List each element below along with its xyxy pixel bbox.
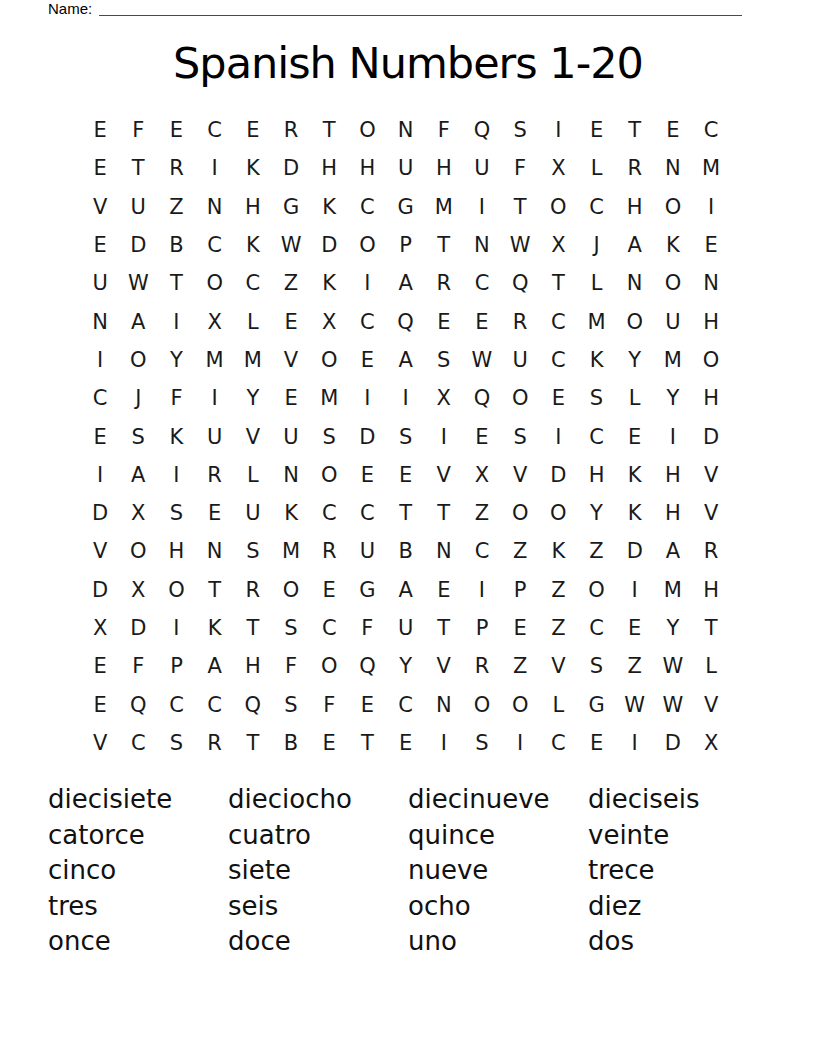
letter-grid: EFECERTONFQSIETECETRIKDHHUHUFXLRNMVUZNHG… bbox=[81, 111, 730, 762]
grid-cell-11-10: T bbox=[425, 494, 463, 532]
grid-cell-4-1: E bbox=[81, 226, 119, 264]
page-title: Spanish Numbers 1-20 bbox=[0, 38, 816, 88]
grid-cell-6-17: H bbox=[692, 302, 730, 340]
grid-cell-9-13: I bbox=[539, 417, 577, 455]
grid-cell-2-2: T bbox=[119, 149, 157, 187]
grid-cell-12-17: R bbox=[692, 532, 730, 570]
grid-cell-3-12: T bbox=[501, 188, 539, 226]
grid-cell-3-2: U bbox=[119, 188, 157, 226]
grid-cell-10-14: H bbox=[577, 456, 615, 494]
grid-cell-7-2: O bbox=[119, 341, 157, 379]
grid-cell-4-15: A bbox=[616, 226, 654, 264]
grid-cell-17-9: E bbox=[387, 724, 425, 762]
grid-cell-12-14: Z bbox=[577, 532, 615, 570]
grid-cell-2-7: H bbox=[310, 149, 348, 187]
grid-cell-4-14: J bbox=[577, 226, 615, 264]
grid-cell-16-7: F bbox=[310, 685, 348, 723]
grid-cell-8-7: M bbox=[310, 379, 348, 417]
word-diez: diez bbox=[588, 889, 768, 925]
grid-cell-16-1: E bbox=[81, 685, 119, 723]
grid-cell-8-5: Y bbox=[234, 379, 272, 417]
grid-cell-15-13: V bbox=[539, 647, 577, 685]
grid-cell-1-8: O bbox=[348, 111, 386, 149]
grid-cell-8-16: Y bbox=[654, 379, 692, 417]
grid-cell-10-4: R bbox=[196, 456, 234, 494]
grid-cell-12-7: R bbox=[310, 532, 348, 570]
grid-cell-7-7: O bbox=[310, 341, 348, 379]
grid-cell-17-4: R bbox=[196, 724, 234, 762]
grid-cell-5-12: Q bbox=[501, 264, 539, 302]
grid-cell-12-10: N bbox=[425, 532, 463, 570]
grid-cell-17-10: I bbox=[425, 724, 463, 762]
grid-cell-7-8: E bbox=[348, 341, 386, 379]
grid-cell-17-2: C bbox=[119, 724, 157, 762]
grid-cell-8-15: L bbox=[616, 379, 654, 417]
grid-cell-16-5: Q bbox=[234, 685, 272, 723]
grid-cell-3-1: V bbox=[81, 188, 119, 226]
grid-cell-6-7: X bbox=[310, 302, 348, 340]
grid-cell-8-4: I bbox=[196, 379, 234, 417]
grid-cell-10-3: I bbox=[157, 456, 195, 494]
grid-cell-1-2: F bbox=[119, 111, 157, 149]
grid-cell-9-16: I bbox=[654, 417, 692, 455]
grid-cell-10-2: A bbox=[119, 456, 157, 494]
grid-cell-15-6: F bbox=[272, 647, 310, 685]
grid-cell-8-17: H bbox=[692, 379, 730, 417]
word-diecinueve: diecinueve bbox=[408, 782, 588, 818]
grid-cell-10-12: V bbox=[501, 456, 539, 494]
grid-cell-5-3: T bbox=[157, 264, 195, 302]
grid-cell-1-15: T bbox=[616, 111, 654, 149]
grid-cell-11-3: S bbox=[157, 494, 195, 532]
grid-cell-11-13: O bbox=[539, 494, 577, 532]
grid-cell-5-7: K bbox=[310, 264, 348, 302]
grid-cell-9-4: U bbox=[196, 417, 234, 455]
grid-cell-17-13: C bbox=[539, 724, 577, 762]
grid-cell-15-9: Y bbox=[387, 647, 425, 685]
grid-cell-10-11: X bbox=[463, 456, 501, 494]
grid-cell-15-15: Z bbox=[616, 647, 654, 685]
grid-cell-16-16: W bbox=[654, 685, 692, 723]
grid-cell-11-6: K bbox=[272, 494, 310, 532]
grid-cell-16-6: S bbox=[272, 685, 310, 723]
grid-cell-4-8: O bbox=[348, 226, 386, 264]
grid-cell-10-17: V bbox=[692, 456, 730, 494]
grid-cell-9-1: E bbox=[81, 417, 119, 455]
grid-cell-12-8: U bbox=[348, 532, 386, 570]
grid-cell-13-12: P bbox=[501, 571, 539, 609]
grid-cell-9-6: U bbox=[272, 417, 310, 455]
word-seis: seis bbox=[228, 889, 408, 925]
grid-cell-7-5: M bbox=[234, 341, 272, 379]
grid-cell-16-3: C bbox=[157, 685, 195, 723]
grid-cell-12-16: A bbox=[654, 532, 692, 570]
grid-cell-8-3: F bbox=[157, 379, 195, 417]
grid-cell-13-3: O bbox=[157, 571, 195, 609]
grid-cell-17-16: D bbox=[654, 724, 692, 762]
grid-cell-10-15: K bbox=[616, 456, 654, 494]
grid-cell-2-16: N bbox=[654, 149, 692, 187]
word-diecisiete: diecisiete bbox=[48, 782, 228, 818]
grid-cell-6-14: M bbox=[577, 302, 615, 340]
grid-cell-13-8: G bbox=[348, 571, 386, 609]
word-quince: quince bbox=[408, 818, 588, 854]
grid-cell-2-4: I bbox=[196, 149, 234, 187]
grid-cell-14-12: E bbox=[501, 609, 539, 647]
grid-cell-10-8: E bbox=[348, 456, 386, 494]
grid-cell-9-10: I bbox=[425, 417, 463, 455]
grid-cell-11-11: Z bbox=[463, 494, 501, 532]
grid-cell-5-5: C bbox=[234, 264, 272, 302]
grid-cell-7-10: S bbox=[425, 341, 463, 379]
grid-cell-10-16: H bbox=[654, 456, 692, 494]
grid-cell-5-9: A bbox=[387, 264, 425, 302]
grid-cell-6-5: L bbox=[234, 302, 272, 340]
word-doce: doce bbox=[228, 924, 408, 960]
grid-cell-13-6: O bbox=[272, 571, 310, 609]
grid-cell-11-16: H bbox=[654, 494, 692, 532]
grid-cell-7-4: M bbox=[196, 341, 234, 379]
grid-cell-6-4: X bbox=[196, 302, 234, 340]
word-column-4: dieciseis veinte trece diez dos bbox=[588, 782, 768, 960]
grid-cell-9-2: S bbox=[119, 417, 157, 455]
grid-cell-15-4: A bbox=[196, 647, 234, 685]
grid-cell-3-8: C bbox=[348, 188, 386, 226]
grid-cell-2-1: E bbox=[81, 149, 119, 187]
grid-cell-2-9: U bbox=[387, 149, 425, 187]
word-uno: uno bbox=[408, 924, 588, 960]
grid-cell-6-1: N bbox=[81, 302, 119, 340]
grid-cell-11-1: D bbox=[81, 494, 119, 532]
grid-cell-6-16: U bbox=[654, 302, 692, 340]
grid-cell-4-12: W bbox=[501, 226, 539, 264]
grid-cell-5-13: T bbox=[539, 264, 577, 302]
grid-cell-8-10: X bbox=[425, 379, 463, 417]
grid-cell-6-3: I bbox=[157, 302, 195, 340]
grid-cell-13-14: O bbox=[577, 571, 615, 609]
grid-cell-7-13: C bbox=[539, 341, 577, 379]
grid-cell-14-7: C bbox=[310, 609, 348, 647]
grid-cell-4-13: X bbox=[539, 226, 577, 264]
grid-cell-1-11: Q bbox=[463, 111, 501, 149]
grid-cell-15-17: L bbox=[692, 647, 730, 685]
grid-cell-16-11: O bbox=[463, 685, 501, 723]
word-column-3: diecinueve quince nueve ocho uno bbox=[408, 782, 588, 960]
grid-cell-6-8: C bbox=[348, 302, 386, 340]
grid-cell-4-4: C bbox=[196, 226, 234, 264]
grid-cell-6-2: A bbox=[119, 302, 157, 340]
word-list: diecisiete catorce cinco tres once dieci… bbox=[48, 782, 768, 960]
grid-cell-7-1: I bbox=[81, 341, 119, 379]
grid-cell-13-1: D bbox=[81, 571, 119, 609]
grid-cell-1-1: E bbox=[81, 111, 119, 149]
grid-cell-8-1: C bbox=[81, 379, 119, 417]
grid-cell-10-6: N bbox=[272, 456, 310, 494]
grid-cell-12-4: N bbox=[196, 532, 234, 570]
grid-cell-13-15: I bbox=[616, 571, 654, 609]
grid-cell-14-14: C bbox=[577, 609, 615, 647]
grid-cell-6-15: O bbox=[616, 302, 654, 340]
grid-cell-3-17: I bbox=[692, 188, 730, 226]
grid-cell-15-16: W bbox=[654, 647, 692, 685]
grid-cell-14-2: D bbox=[119, 609, 157, 647]
grid-cell-12-12: Z bbox=[501, 532, 539, 570]
grid-cell-16-15: W bbox=[616, 685, 654, 723]
grid-cell-13-16: M bbox=[654, 571, 692, 609]
word-once: once bbox=[48, 924, 228, 960]
grid-cell-12-5: S bbox=[234, 532, 272, 570]
grid-cell-4-11: N bbox=[463, 226, 501, 264]
grid-cell-1-13: I bbox=[539, 111, 577, 149]
grid-cell-15-1: E bbox=[81, 647, 119, 685]
grid-cell-16-9: C bbox=[387, 685, 425, 723]
grid-cell-3-9: G bbox=[387, 188, 425, 226]
grid-cell-6-13: C bbox=[539, 302, 577, 340]
grid-cell-10-9: E bbox=[387, 456, 425, 494]
grid-cell-15-14: S bbox=[577, 647, 615, 685]
grid-cell-12-9: B bbox=[387, 532, 425, 570]
grid-cell-1-6: R bbox=[272, 111, 310, 149]
grid-cell-14-1: X bbox=[81, 609, 119, 647]
grid-cell-17-14: E bbox=[577, 724, 615, 762]
word-veinte: veinte bbox=[588, 818, 768, 854]
grid-cell-9-3: K bbox=[157, 417, 195, 455]
grid-cell-9-17: D bbox=[692, 417, 730, 455]
word-column-2: dieciocho cuatro siete seis doce bbox=[228, 782, 408, 960]
grid-cell-9-15: E bbox=[616, 417, 654, 455]
grid-cell-1-17: C bbox=[692, 111, 730, 149]
grid-cell-11-4: E bbox=[196, 494, 234, 532]
grid-cell-6-6: E bbox=[272, 302, 310, 340]
grid-cell-10-13: D bbox=[539, 456, 577, 494]
grid-cell-14-17: T bbox=[692, 609, 730, 647]
grid-cell-8-13: E bbox=[539, 379, 577, 417]
grid-cell-14-13: Z bbox=[539, 609, 577, 647]
grid-cell-1-10: F bbox=[425, 111, 463, 149]
grid-cell-13-7: E bbox=[310, 571, 348, 609]
grid-cell-3-3: Z bbox=[157, 188, 195, 226]
grid-cell-3-13: O bbox=[539, 188, 577, 226]
grid-cell-16-17: V bbox=[692, 685, 730, 723]
grid-cell-3-6: G bbox=[272, 188, 310, 226]
grid-cell-15-7: O bbox=[310, 647, 348, 685]
grid-cell-4-16: K bbox=[654, 226, 692, 264]
grid-cell-6-10: E bbox=[425, 302, 463, 340]
grid-cell-16-2: Q bbox=[119, 685, 157, 723]
name-blank-line bbox=[99, 1, 742, 16]
name-label: Name: bbox=[48, 1, 92, 17]
grid-cell-2-12: F bbox=[501, 149, 539, 187]
grid-cell-12-6: M bbox=[272, 532, 310, 570]
grid-cell-9-12: S bbox=[501, 417, 539, 455]
grid-cell-2-5: K bbox=[234, 149, 272, 187]
grid-cell-3-10: M bbox=[425, 188, 463, 226]
grid-cell-8-8: I bbox=[348, 379, 386, 417]
word-cuatro: cuatro bbox=[228, 818, 408, 854]
grid-cell-14-5: T bbox=[234, 609, 272, 647]
grid-cell-10-1: I bbox=[81, 456, 119, 494]
word-catorce: catorce bbox=[48, 818, 228, 854]
grid-cell-13-9: A bbox=[387, 571, 425, 609]
grid-cell-17-7: E bbox=[310, 724, 348, 762]
word-ocho: ocho bbox=[408, 889, 588, 925]
grid-cell-3-7: K bbox=[310, 188, 348, 226]
grid-cell-7-3: Y bbox=[157, 341, 195, 379]
word-siete: siete bbox=[228, 853, 408, 889]
grid-cell-12-13: K bbox=[539, 532, 577, 570]
grid-cell-2-11: U bbox=[463, 149, 501, 187]
grid-cell-1-4: C bbox=[196, 111, 234, 149]
grid-cell-15-12: Z bbox=[501, 647, 539, 685]
grid-cell-1-5: E bbox=[234, 111, 272, 149]
grid-cell-11-2: X bbox=[119, 494, 157, 532]
grid-cell-14-11: P bbox=[463, 609, 501, 647]
grid-cell-4-5: K bbox=[234, 226, 272, 264]
grid-cell-11-8: C bbox=[348, 494, 386, 532]
grid-cell-14-8: F bbox=[348, 609, 386, 647]
grid-cell-1-7: T bbox=[310, 111, 348, 149]
grid-cell-17-8: T bbox=[348, 724, 386, 762]
grid-cell-6-12: R bbox=[501, 302, 539, 340]
grid-cell-4-10: T bbox=[425, 226, 463, 264]
grid-cell-2-6: D bbox=[272, 149, 310, 187]
grid-cell-5-4: O bbox=[196, 264, 234, 302]
grid-cell-9-5: V bbox=[234, 417, 272, 455]
grid-cell-13-2: X bbox=[119, 571, 157, 609]
grid-cell-1-12: S bbox=[501, 111, 539, 149]
grid-cell-3-5: H bbox=[234, 188, 272, 226]
grid-cell-14-6: S bbox=[272, 609, 310, 647]
grid-cell-5-16: O bbox=[654, 264, 692, 302]
grid-cell-2-13: X bbox=[539, 149, 577, 187]
grid-cell-14-16: Y bbox=[654, 609, 692, 647]
word-cinco: cinco bbox=[48, 853, 228, 889]
grid-cell-14-4: K bbox=[196, 609, 234, 647]
grid-cell-5-8: I bbox=[348, 264, 386, 302]
grid-cell-11-5: U bbox=[234, 494, 272, 532]
grid-cell-5-11: C bbox=[463, 264, 501, 302]
grid-cell-15-2: F bbox=[119, 647, 157, 685]
grid-cell-8-11: Q bbox=[463, 379, 501, 417]
grid-cell-4-7: D bbox=[310, 226, 348, 264]
grid-cell-12-11: C bbox=[463, 532, 501, 570]
grid-cell-15-8: Q bbox=[348, 647, 386, 685]
grid-cell-5-14: L bbox=[577, 264, 615, 302]
grid-cell-7-11: W bbox=[463, 341, 501, 379]
grid-cell-6-9: Q bbox=[387, 302, 425, 340]
grid-cell-7-9: A bbox=[387, 341, 425, 379]
grid-cell-17-5: T bbox=[234, 724, 272, 762]
grid-cell-11-17: V bbox=[692, 494, 730, 532]
grid-cell-5-6: Z bbox=[272, 264, 310, 302]
name-row: Name: bbox=[48, 1, 742, 17]
grid-cell-13-10: E bbox=[425, 571, 463, 609]
grid-cell-8-12: O bbox=[501, 379, 539, 417]
grid-cell-1-14: E bbox=[577, 111, 615, 149]
grid-cell-17-6: B bbox=[272, 724, 310, 762]
grid-cell-5-1: U bbox=[81, 264, 119, 302]
word-nueve: nueve bbox=[408, 853, 588, 889]
grid-cell-15-3: P bbox=[157, 647, 195, 685]
grid-cell-14-9: U bbox=[387, 609, 425, 647]
grid-cell-12-2: O bbox=[119, 532, 157, 570]
grid-cell-11-7: C bbox=[310, 494, 348, 532]
grid-cell-17-3: S bbox=[157, 724, 195, 762]
grid-cell-8-2: J bbox=[119, 379, 157, 417]
grid-cell-16-10: N bbox=[425, 685, 463, 723]
grid-cell-5-17: N bbox=[692, 264, 730, 302]
grid-cell-13-4: T bbox=[196, 571, 234, 609]
grid-cell-7-14: K bbox=[577, 341, 615, 379]
grid-cell-1-3: E bbox=[157, 111, 195, 149]
grid-cell-16-8: E bbox=[348, 685, 386, 723]
grid-cell-14-15: E bbox=[616, 609, 654, 647]
grid-cell-15-5: H bbox=[234, 647, 272, 685]
grid-cell-15-11: R bbox=[463, 647, 501, 685]
grid-cell-16-13: L bbox=[539, 685, 577, 723]
grid-cell-6-11: E bbox=[463, 302, 501, 340]
grid-cell-9-8: D bbox=[348, 417, 386, 455]
grid-cell-13-11: I bbox=[463, 571, 501, 609]
grid-cell-7-16: M bbox=[654, 341, 692, 379]
grid-cell-4-17: E bbox=[692, 226, 730, 264]
grid-cell-10-10: V bbox=[425, 456, 463, 494]
grid-cell-11-15: K bbox=[616, 494, 654, 532]
grid-cell-9-14: C bbox=[577, 417, 615, 455]
grid-cell-3-4: N bbox=[196, 188, 234, 226]
grid-cell-12-15: D bbox=[616, 532, 654, 570]
word-dieciocho: dieciocho bbox=[228, 782, 408, 818]
grid-cell-8-6: E bbox=[272, 379, 310, 417]
grid-cell-11-9: T bbox=[387, 494, 425, 532]
grid-cell-12-1: V bbox=[81, 532, 119, 570]
grid-cell-3-15: H bbox=[616, 188, 654, 226]
grid-cell-17-12: I bbox=[501, 724, 539, 762]
grid-cell-7-15: Y bbox=[616, 341, 654, 379]
grid-cell-2-14: L bbox=[577, 149, 615, 187]
grid-cell-5-2: W bbox=[119, 264, 157, 302]
grid-cell-1-9: N bbox=[387, 111, 425, 149]
grid-cell-2-15: R bbox=[616, 149, 654, 187]
grid-cell-8-9: I bbox=[387, 379, 425, 417]
grid-cell-17-1: V bbox=[81, 724, 119, 762]
word-trece: trece bbox=[588, 853, 768, 889]
grid-cell-2-3: R bbox=[157, 149, 195, 187]
word-dos: dos bbox=[588, 924, 768, 960]
word-tres: tres bbox=[48, 889, 228, 925]
grid-cell-9-7: S bbox=[310, 417, 348, 455]
grid-cell-17-11: S bbox=[463, 724, 501, 762]
grid-cell-2-17: M bbox=[692, 149, 730, 187]
word-column-1: diecisiete catorce cinco tres once bbox=[48, 782, 228, 960]
grid-cell-5-10: R bbox=[425, 264, 463, 302]
grid-cell-15-10: V bbox=[425, 647, 463, 685]
grid-cell-1-16: E bbox=[654, 111, 692, 149]
grid-cell-14-3: I bbox=[157, 609, 195, 647]
grid-cell-5-15: N bbox=[616, 264, 654, 302]
grid-cell-2-8: H bbox=[348, 149, 386, 187]
grid-cell-4-6: W bbox=[272, 226, 310, 264]
grid-cell-3-16: O bbox=[654, 188, 692, 226]
grid-cell-7-17: O bbox=[692, 341, 730, 379]
grid-cell-3-11: I bbox=[463, 188, 501, 226]
grid-cell-14-10: T bbox=[425, 609, 463, 647]
word-dieciseis: dieciseis bbox=[588, 782, 768, 818]
grid-cell-13-13: Z bbox=[539, 571, 577, 609]
grid-cell-7-6: V bbox=[272, 341, 310, 379]
grid-cell-11-12: O bbox=[501, 494, 539, 532]
grid-cell-16-12: O bbox=[501, 685, 539, 723]
